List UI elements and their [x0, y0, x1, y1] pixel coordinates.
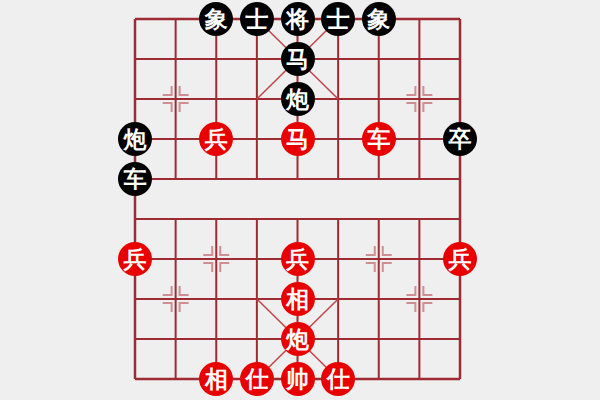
board-point-3-2[interactable] — [196, 39, 237, 79]
board-point-1-6[interactable] — [115, 199, 156, 239]
board-point-5-3[interactable]: 炮 — [277, 79, 318, 119]
board-point-7-4[interactable]: 车 — [358, 119, 399, 159]
board-point-8-9[interactable] — [399, 319, 440, 359]
board-point-1-3[interactable] — [115, 79, 156, 119]
board-point-5-4[interactable]: 马 — [277, 119, 318, 159]
board-grid: 象士将士象马炮炮兵马车卒车兵兵兵相炮相仕帅仕 — [115, 0, 481, 399]
board-point-8-3[interactable] — [399, 79, 440, 119]
board-point-2-8[interactable] — [155, 279, 196, 319]
piece-black-elephant[interactable]: 象 — [199, 2, 233, 36]
board-point-3-3[interactable] — [196, 79, 237, 119]
board-point-6-3[interactable] — [318, 79, 359, 119]
xiangqi-board: 象士将士象马炮炮兵马车卒车兵兵兵相炮相仕帅仕 — [0, 0, 600, 400]
board-point-2-3[interactable] — [155, 79, 196, 119]
board-point-5-10[interactable]: 帅 — [277, 359, 318, 399]
board-point-4-4[interactable] — [237, 119, 278, 159]
board-point-7-1[interactable]: 象 — [358, 0, 399, 39]
piece-black-advisor[interactable]: 士 — [321, 2, 355, 36]
board-point-6-2[interactable] — [318, 39, 359, 79]
piece-red-elephant[interactable]: 相 — [199, 362, 233, 396]
board-point-8-8[interactable] — [399, 279, 440, 319]
board-point-3-9[interactable] — [196, 319, 237, 359]
board-point-2-5[interactable] — [155, 159, 196, 199]
board-point-2-9[interactable] — [155, 319, 196, 359]
board-point-4-6[interactable] — [237, 199, 278, 239]
board-point-9-3[interactable] — [440, 79, 481, 119]
board-point-7-10[interactable] — [358, 359, 399, 399]
board-point-7-6[interactable] — [358, 199, 399, 239]
board-point-9-1[interactable] — [440, 0, 481, 39]
board-point-9-4[interactable]: 卒 — [440, 119, 481, 159]
board-point-3-7[interactable] — [196, 239, 237, 279]
board-point-8-6[interactable] — [399, 199, 440, 239]
board-point-9-5[interactable] — [440, 159, 481, 199]
board-point-7-5[interactable] — [358, 159, 399, 199]
board-point-9-8[interactable] — [440, 279, 481, 319]
board-point-3-4[interactable]: 兵 — [196, 119, 237, 159]
piece-red-elephant[interactable]: 相 — [281, 282, 315, 316]
board-point-1-8[interactable] — [115, 279, 156, 319]
board-point-7-3[interactable] — [358, 79, 399, 119]
piece-red-pawn[interactable]: 兵 — [281, 242, 315, 276]
piece-black-pawn[interactable]: 卒 — [443, 122, 477, 156]
board-point-4-7[interactable] — [237, 239, 278, 279]
piece-red-advisor[interactable]: 仕 — [321, 362, 355, 396]
board-point-4-8[interactable] — [237, 279, 278, 319]
board-point-5-7[interactable]: 兵 — [277, 239, 318, 279]
board-point-8-1[interactable] — [399, 0, 440, 39]
board-point-4-2[interactable] — [237, 39, 278, 79]
piece-red-horse[interactable]: 马 — [281, 122, 315, 156]
board-point-2-1[interactable] — [155, 0, 196, 39]
board-point-9-10[interactable] — [440, 359, 481, 399]
board-point-1-7[interactable]: 兵 — [115, 239, 156, 279]
board-point-3-8[interactable] — [196, 279, 237, 319]
piece-red-pawn[interactable]: 兵 — [199, 122, 233, 156]
piece-black-elephant[interactable]: 象 — [362, 2, 396, 36]
board-point-3-5[interactable] — [196, 159, 237, 199]
piece-black-cannon[interactable]: 炮 — [281, 82, 315, 116]
board-point-2-2[interactable] — [155, 39, 196, 79]
board-point-9-2[interactable] — [440, 39, 481, 79]
board-point-6-4[interactable] — [318, 119, 359, 159]
board-point-8-5[interactable] — [399, 159, 440, 199]
board-point-9-7[interactable]: 兵 — [440, 239, 481, 279]
board-point-1-2[interactable] — [115, 39, 156, 79]
piece-black-general[interactable]: 将 — [281, 2, 315, 36]
board-point-5-9[interactable]: 炮 — [277, 319, 318, 359]
board-point-6-9[interactable] — [318, 319, 359, 359]
piece-black-cannon[interactable]: 炮 — [118, 122, 152, 156]
board-point-2-10[interactable] — [155, 359, 196, 399]
piece-red-advisor[interactable]: 仕 — [240, 362, 274, 396]
board-point-6-10[interactable]: 仕 — [318, 359, 359, 399]
board-point-8-10[interactable] — [399, 359, 440, 399]
board-point-6-8[interactable] — [318, 279, 359, 319]
board-point-2-7[interactable] — [155, 239, 196, 279]
board-point-2-4[interactable] — [155, 119, 196, 159]
board-point-1-9[interactable] — [115, 319, 156, 359]
board-point-1-1[interactable] — [115, 0, 156, 39]
board-point-4-3[interactable] — [237, 79, 278, 119]
board-point-3-6[interactable] — [196, 199, 237, 239]
board-point-7-8[interactable] — [358, 279, 399, 319]
board-point-8-4[interactable] — [399, 119, 440, 159]
piece-black-horse[interactable]: 马 — [281, 42, 315, 76]
board-point-3-10[interactable]: 相 — [196, 359, 237, 399]
board-point-7-9[interactable] — [358, 319, 399, 359]
board-point-6-6[interactable] — [318, 199, 359, 239]
board-point-1-10[interactable] — [115, 359, 156, 399]
board-point-2-6[interactable] — [155, 199, 196, 239]
board-point-5-5[interactable] — [277, 159, 318, 199]
board-point-4-1[interactable]: 士 — [237, 0, 278, 39]
board-point-8-7[interactable] — [399, 239, 440, 279]
piece-red-chariot[interactable]: 车 — [362, 122, 396, 156]
board-point-4-9[interactable] — [237, 319, 278, 359]
board-point-6-1[interactable]: 士 — [318, 0, 359, 39]
board-point-5-2[interactable]: 马 — [277, 39, 318, 79]
board-point-5-1[interactable]: 将 — [277, 0, 318, 39]
board-point-9-6[interactable] — [440, 199, 481, 239]
board-point-6-7[interactable] — [318, 239, 359, 279]
piece-red-pawn[interactable]: 兵 — [118, 242, 152, 276]
piece-black-chariot[interactable]: 车 — [118, 162, 152, 196]
board-point-8-2[interactable] — [399, 39, 440, 79]
piece-black-advisor[interactable]: 士 — [240, 2, 274, 36]
piece-red-general[interactable]: 帅 — [281, 362, 315, 396]
board-point-6-5[interactable] — [318, 159, 359, 199]
board-point-7-2[interactable] — [358, 39, 399, 79]
board-point-9-9[interactable] — [440, 319, 481, 359]
board-point-1-4[interactable]: 炮 — [115, 119, 156, 159]
board-point-4-10[interactable]: 仕 — [237, 359, 278, 399]
board-point-4-5[interactable] — [237, 159, 278, 199]
piece-red-cannon[interactable]: 炮 — [281, 322, 315, 356]
piece-red-pawn[interactable]: 兵 — [443, 242, 477, 276]
board-point-5-6[interactable] — [277, 199, 318, 239]
board-point-1-5[interactable]: 车 — [115, 159, 156, 199]
board-point-5-8[interactable]: 相 — [277, 279, 318, 319]
board-point-7-7[interactable] — [358, 239, 399, 279]
board-point-3-1[interactable]: 象 — [196, 0, 237, 39]
